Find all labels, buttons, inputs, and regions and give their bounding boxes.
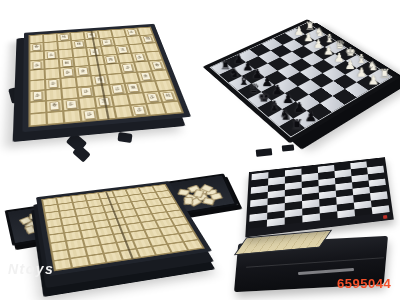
shogi-tile: 銀 (74, 41, 84, 48)
shogi-tile: 桂 (162, 91, 175, 100)
white-chess-piece: ♟ (353, 66, 369, 79)
brand-watermark: Ntoys (8, 261, 54, 277)
board-foot-tab (117, 132, 132, 143)
shogi-tile: 歩 (134, 54, 145, 62)
shogi-tile: 金 (87, 32, 97, 39)
shogi-tile: 歩 (66, 99, 77, 109)
shogi-board-played: 桂金歩香銀歩飛歩歩王歩銀角歩歩金歩香歩飛金歩歩歩銀香歩王歩桂歩歩 (22, 24, 191, 132)
chess-board: ♜♟♟♜♞♟♟♞♝♟♟♝♛♟♟♛♚♟♟♚♝♟♟♝♞♟♟♞♜♟♟♜ (203, 19, 400, 143)
shogi-tile (184, 197, 194, 205)
checkerboard-lid (245, 157, 394, 237)
hinge-tab (282, 144, 295, 151)
shogi-tile (210, 193, 224, 201)
shogi-tile: 香 (151, 61, 163, 69)
shogi-tile: 歩 (146, 93, 159, 102)
checkerboard-lid-grid (249, 160, 390, 229)
shogi-tile: 飛 (142, 36, 153, 43)
shogi-tile: 歩 (122, 64, 133, 72)
product-photo-canvas: 桂金歩香銀歩飛歩歩王歩銀角歩歩金歩香歩飛金歩歩歩銀香歩王歩桂歩歩 ♜♟♟♜♞♟♟… (0, 0, 400, 300)
shogi-tile: 香 (49, 101, 60, 111)
shogi-tile: 歩 (133, 105, 146, 115)
product-code: 6595044 (337, 276, 391, 291)
white-chess-piece: ♜ (302, 21, 316, 32)
shogi-played-grid: 桂金歩香銀歩飛歩歩王歩銀角歩歩金歩香歩飛金歩歩歩銀香歩王歩桂歩歩 (28, 27, 184, 128)
shogi-tile: 歩 (33, 91, 43, 100)
shogi-tile: 歩 (48, 79, 58, 88)
shogi-tile: 銀 (62, 59, 72, 67)
shogi-tile: 歩 (102, 39, 112, 46)
shogi-tile: 金 (140, 72, 152, 80)
shogi-tile: 歩 (127, 29, 137, 36)
shogi-tile: 歩 (32, 61, 42, 69)
white-chess-piece: ♞ (364, 60, 380, 72)
shogi-tile: 銀 (127, 83, 139, 92)
shogi-tile: 歩 (112, 85, 124, 94)
shogi-tile: 角 (105, 56, 116, 64)
chess-grid: ♜♟♟♜♞♟♟♞♝♟♟♝♛♟♟♛♚♟♟♚♝♟♟♝♞♟♟♞♜♟♟♜ (210, 22, 393, 137)
red-logo-badge (383, 215, 388, 219)
shogi-tile: 歩 (80, 87, 91, 96)
white-chess-piece: ♜ (376, 68, 392, 81)
shogi-tile: 王 (98, 97, 110, 107)
hinge-tab (256, 148, 273, 157)
shogi-tile: 王 (118, 46, 129, 53)
white-chess-piece: ♛ (332, 39, 347, 51)
shogi-tile: 飛 (94, 76, 105, 85)
shogi-tile: 歩 (47, 51, 57, 58)
shogi-tile: 歩 (89, 48, 99, 55)
shogi-tile: 歩 (63, 68, 73, 76)
shogi-tile: 桂 (59, 34, 68, 41)
shogi-tile: 歩 (84, 110, 96, 120)
shogi-tile: 金 (78, 67, 89, 75)
shogi-tile: 香 (32, 44, 41, 51)
board-foot-tab (8, 87, 20, 104)
